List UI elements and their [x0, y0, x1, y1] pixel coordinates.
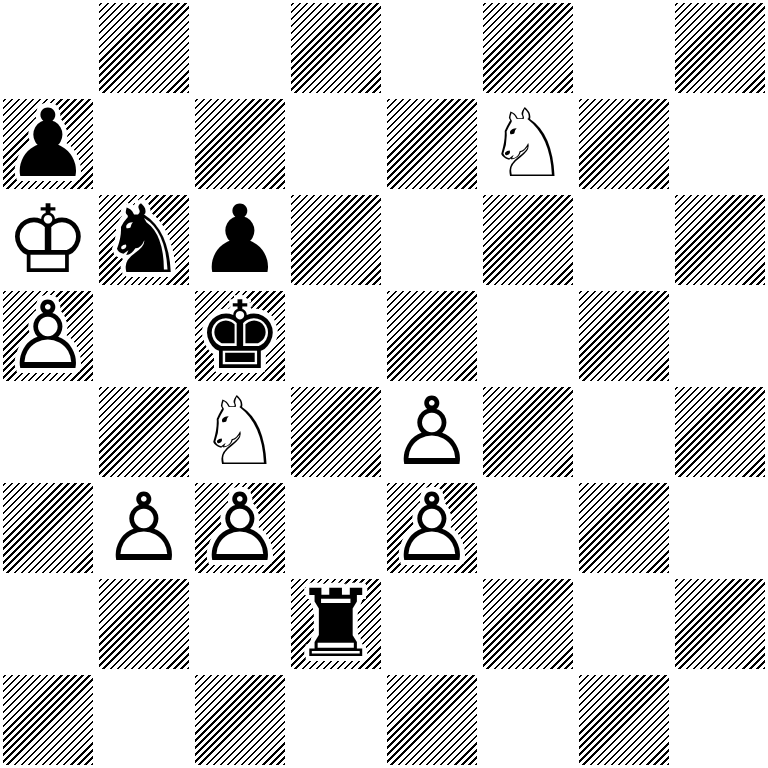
square-f6[interactable] [480, 192, 576, 288]
chess-board: ♟♟♞♘♚♔♞♞♟♟♟♙♚♚♞♘♟♙♟♙♟♙♟♙♜♜ [0, 0, 768, 768]
piece-glyph: ♚ [192, 288, 288, 384]
square-g5[interactable] [576, 288, 672, 384]
square-a7[interactable]: ♟♟ [0, 96, 96, 192]
piece-black-king[interactable]: ♚♚ [192, 288, 288, 384]
square-g4[interactable] [576, 384, 672, 480]
square-b2[interactable] [96, 576, 192, 672]
square-e1[interactable] [384, 672, 480, 768]
square-e4[interactable]: ♟♙ [384, 384, 480, 480]
square-f8[interactable] [480, 0, 576, 96]
square-f5[interactable] [480, 288, 576, 384]
square-b5[interactable] [96, 288, 192, 384]
square-d2[interactable]: ♜♜ [288, 576, 384, 672]
square-g3[interactable] [576, 480, 672, 576]
square-b3[interactable]: ♟♙ [96, 480, 192, 576]
square-f1[interactable] [480, 672, 576, 768]
square-h2[interactable] [672, 576, 768, 672]
square-c7[interactable] [192, 96, 288, 192]
piece-white-king[interactable]: ♚♔ [0, 192, 96, 288]
piece-glyph: ♞ [96, 192, 192, 288]
piece-glyph: ♘ [480, 96, 576, 192]
piece-glyph: ♙ [96, 480, 192, 576]
piece-glyph: ♜ [288, 576, 384, 672]
piece-white-pawn[interactable]: ♟♙ [96, 480, 192, 576]
piece-white-pawn[interactable]: ♟♙ [192, 480, 288, 576]
square-h3[interactable] [672, 480, 768, 576]
square-g1[interactable] [576, 672, 672, 768]
piece-white-pawn[interactable]: ♟♙ [384, 384, 480, 480]
piece-glyph: ♙ [0, 288, 96, 384]
piece-black-pawn[interactable]: ♟♟ [0, 96, 96, 192]
square-b1[interactable] [96, 672, 192, 768]
square-h8[interactable] [672, 0, 768, 96]
piece-white-knight[interactable]: ♞♘ [480, 96, 576, 192]
square-e6[interactable] [384, 192, 480, 288]
piece-glyph: ♘ [192, 384, 288, 480]
piece-black-rook[interactable]: ♜♜ [288, 576, 384, 672]
square-c5[interactable]: ♚♚ [192, 288, 288, 384]
square-e3[interactable]: ♟♙ [384, 480, 480, 576]
square-b8[interactable] [96, 0, 192, 96]
piece-glyph: ♙ [384, 384, 480, 480]
square-h1[interactable] [672, 672, 768, 768]
square-b7[interactable] [96, 96, 192, 192]
piece-glyph: ♔ [0, 192, 96, 288]
square-d3[interactable] [288, 480, 384, 576]
square-a2[interactable] [0, 576, 96, 672]
square-f7[interactable]: ♞♘ [480, 96, 576, 192]
square-a8[interactable] [0, 0, 96, 96]
square-c6[interactable]: ♟♟ [192, 192, 288, 288]
square-b4[interactable] [96, 384, 192, 480]
square-c3[interactable]: ♟♙ [192, 480, 288, 576]
piece-black-knight[interactable]: ♞♞ [96, 192, 192, 288]
square-g2[interactable] [576, 576, 672, 672]
piece-glyph: ♟ [0, 96, 96, 192]
piece-glyph: ♟ [192, 192, 288, 288]
piece-black-pawn[interactable]: ♟♟ [192, 192, 288, 288]
square-h4[interactable] [672, 384, 768, 480]
square-e8[interactable] [384, 0, 480, 96]
piece-white-pawn[interactable]: ♟♙ [0, 288, 96, 384]
square-f4[interactable] [480, 384, 576, 480]
piece-white-pawn[interactable]: ♟♙ [384, 480, 480, 576]
square-a5[interactable]: ♟♙ [0, 288, 96, 384]
square-c1[interactable] [192, 672, 288, 768]
square-a3[interactable] [0, 480, 96, 576]
piece-glyph: ♙ [192, 480, 288, 576]
piece-glyph: ♙ [384, 480, 480, 576]
square-f3[interactable] [480, 480, 576, 576]
square-d1[interactable] [288, 672, 384, 768]
square-e2[interactable] [384, 576, 480, 672]
square-c8[interactable] [192, 0, 288, 96]
square-d5[interactable] [288, 288, 384, 384]
square-c2[interactable] [192, 576, 288, 672]
square-c4[interactable]: ♞♘ [192, 384, 288, 480]
square-g8[interactable] [576, 0, 672, 96]
square-d4[interactable] [288, 384, 384, 480]
square-g7[interactable] [576, 96, 672, 192]
square-a1[interactable] [0, 672, 96, 768]
square-a4[interactable] [0, 384, 96, 480]
square-h5[interactable] [672, 288, 768, 384]
square-d6[interactable] [288, 192, 384, 288]
square-d7[interactable] [288, 96, 384, 192]
square-d8[interactable] [288, 0, 384, 96]
square-e7[interactable] [384, 96, 480, 192]
square-g6[interactable] [576, 192, 672, 288]
square-a6[interactable]: ♚♔ [0, 192, 96, 288]
piece-white-knight[interactable]: ♞♘ [192, 384, 288, 480]
square-f2[interactable] [480, 576, 576, 672]
square-b6[interactable]: ♞♞ [96, 192, 192, 288]
square-h6[interactable] [672, 192, 768, 288]
square-e5[interactable] [384, 288, 480, 384]
square-h7[interactable] [672, 96, 768, 192]
